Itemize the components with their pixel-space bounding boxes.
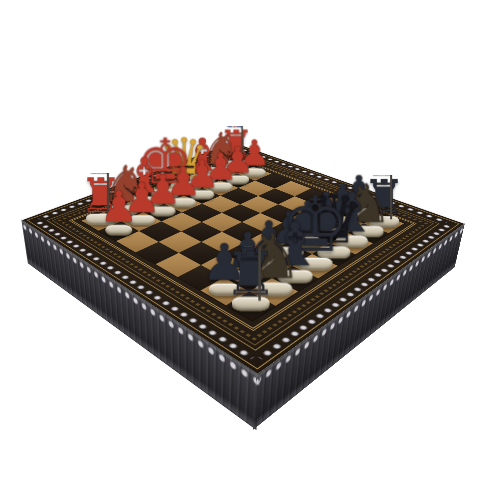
union-jack-flag bbox=[90, 161, 108, 173]
white-knight-figurine: ♞ bbox=[197, 129, 243, 177]
black-rook-glyph: ♜ bbox=[224, 245, 278, 300]
black-rook-figurine: ♜ bbox=[217, 245, 285, 310]
white-knight-glyph: ♞ bbox=[200, 129, 240, 170]
white-pawn-glyph: ♟ bbox=[99, 188, 138, 228]
chess-board-top: ♜♞♝♛♚♝♞♜♟♟♟♟♟♟♟♟♜♞♝♛♚♝♞♜♟♟♟♟♟♟♟♟ bbox=[22, 143, 464, 374]
product-photo-scene: ♜♞♝♛♚♝♞♜♟♟♟♟♟♟♟♟♜♞♝♛♚♝♞♜♟♟♟♟♟♟♟♟ bbox=[0, 0, 480, 480]
white-pawn-figurine: ♟ bbox=[91, 188, 146, 235]
